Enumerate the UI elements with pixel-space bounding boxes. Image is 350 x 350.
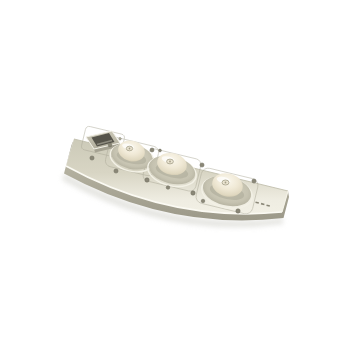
screw — [114, 169, 118, 173]
product-photo-canvas — [0, 0, 350, 350]
screw — [200, 163, 204, 167]
screw — [159, 149, 162, 152]
edge-tab — [119, 138, 121, 140]
screw — [145, 178, 149, 182]
screw — [108, 143, 112, 147]
screw — [166, 186, 170, 190]
screw — [150, 148, 154, 152]
screw — [90, 156, 94, 160]
screw — [201, 199, 205, 203]
screw — [191, 191, 195, 195]
lens-1-dimple-dot — [129, 148, 131, 150]
screw — [252, 179, 256, 183]
lens-3-dimple-dot — [225, 182, 227, 184]
led-module-product-photo — [0, 0, 350, 350]
lens-2-dimple-dot — [169, 161, 171, 163]
screw — [236, 209, 240, 213]
